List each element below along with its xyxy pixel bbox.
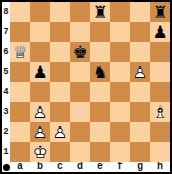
rank-label-2: 2 [2, 122, 10, 142]
square-g4[interactable] [130, 82, 150, 102]
square-e1[interactable] [90, 142, 110, 162]
file-label-e: e [90, 162, 110, 172]
square-h4[interactable] [150, 82, 170, 102]
square-c3[interactable] [50, 102, 70, 122]
square-g3[interactable] [130, 102, 150, 122]
square-h5[interactable] [150, 62, 170, 82]
piece-black-rook: ♜ [150, 2, 170, 22]
rank-label-6: 6 [2, 42, 10, 62]
square-c4[interactable] [50, 82, 70, 102]
chess-diagram: 8♜♜7♟6♛♕♚5♟♞♟♙43♟♙♝♗2♟♙♟♙1♚♔abcdefgh [0, 0, 172, 174]
rank-label-1: 1 [2, 142, 10, 162]
square-d1[interactable] [70, 142, 90, 162]
black-to-move-indicator [3, 164, 10, 171]
square-d3[interactable] [70, 102, 90, 122]
piece-white-pawn: ♟♙ [30, 122, 50, 142]
square-f2[interactable] [110, 122, 130, 142]
square-b3[interactable]: ♟♙ [30, 102, 50, 122]
square-d7[interactable] [70, 22, 90, 42]
square-a3[interactable] [10, 102, 30, 122]
square-h8[interactable]: ♜ [150, 2, 170, 22]
square-b4[interactable] [30, 82, 50, 102]
square-b6[interactable] [30, 42, 50, 62]
square-a6[interactable]: ♛♕ [10, 42, 30, 62]
square-f5[interactable] [110, 62, 130, 82]
square-h6[interactable] [150, 42, 170, 62]
square-g8[interactable] [130, 2, 150, 22]
file-label-d: d [70, 162, 90, 172]
move-indicator-cell [2, 162, 10, 172]
square-a1[interactable] [10, 142, 30, 162]
square-c7[interactable] [50, 22, 70, 42]
square-b1[interactable]: ♚♔ [30, 142, 50, 162]
file-label-h: h [150, 162, 170, 172]
rank-label-3: 3 [2, 102, 10, 122]
square-d4[interactable] [70, 82, 90, 102]
piece-white-bishop: ♝♗ [150, 102, 170, 122]
square-b8[interactable] [30, 2, 50, 22]
square-d5[interactable] [70, 62, 90, 82]
square-c6[interactable] [50, 42, 70, 62]
square-e3[interactable] [90, 102, 110, 122]
rank-label-7: 7 [2, 22, 10, 42]
square-g6[interactable] [130, 42, 150, 62]
square-g1[interactable] [130, 142, 150, 162]
square-e8[interactable]: ♜ [90, 2, 110, 22]
square-h2[interactable] [150, 122, 170, 142]
square-d2[interactable] [70, 122, 90, 142]
rank-label-8: 8 [2, 2, 10, 22]
square-g7[interactable] [130, 22, 150, 42]
file-label-b: b [30, 162, 50, 172]
square-e5[interactable]: ♞ [90, 62, 110, 82]
square-c5[interactable] [50, 62, 70, 82]
square-a5[interactable] [10, 62, 30, 82]
square-b5[interactable]: ♟ [30, 62, 50, 82]
piece-black-pawn: ♟ [150, 22, 170, 42]
square-d8[interactable] [70, 2, 90, 22]
square-b2[interactable]: ♟♙ [30, 122, 50, 142]
piece-black-knight: ♞ [90, 62, 110, 82]
square-g5[interactable]: ♟♙ [130, 62, 150, 82]
piece-black-king: ♚ [70, 42, 90, 62]
square-f8[interactable] [110, 2, 130, 22]
square-c1[interactable] [50, 142, 70, 162]
square-f4[interactable] [110, 82, 130, 102]
square-h1[interactable] [150, 142, 170, 162]
square-d6[interactable]: ♚ [70, 42, 90, 62]
square-a8[interactable] [10, 2, 30, 22]
piece-white-pawn: ♟♙ [30, 102, 50, 122]
file-label-g: g [130, 162, 150, 172]
square-g2[interactable] [130, 122, 150, 142]
square-c2[interactable]: ♟♙ [50, 122, 70, 142]
square-e6[interactable] [90, 42, 110, 62]
square-e2[interactable] [90, 122, 110, 142]
piece-black-rook: ♜ [90, 2, 110, 22]
piece-white-pawn: ♟♙ [130, 62, 150, 82]
piece-white-king: ♚♔ [30, 142, 50, 162]
piece-black-pawn: ♟ [30, 62, 50, 82]
rank-label-4: 4 [2, 82, 10, 102]
square-e4[interactable] [90, 82, 110, 102]
square-f1[interactable] [110, 142, 130, 162]
rank-label-5: 5 [2, 62, 10, 82]
square-h7[interactable]: ♟ [150, 22, 170, 42]
file-label-a: a [10, 162, 30, 172]
square-b7[interactable] [30, 22, 50, 42]
square-f7[interactable] [110, 22, 130, 42]
square-f6[interactable] [110, 42, 130, 62]
square-a7[interactable] [10, 22, 30, 42]
square-f3[interactable] [110, 102, 130, 122]
piece-white-pawn: ♟♙ [50, 122, 70, 142]
square-h3[interactable]: ♝♗ [150, 102, 170, 122]
chess-board: 8♜♜7♟6♛♕♚5♟♞♟♙43♟♙♝♗2♟♙♟♙1♚♔abcdefgh [2, 2, 170, 172]
square-e7[interactable] [90, 22, 110, 42]
file-label-f: f [110, 162, 130, 172]
file-label-c: c [50, 162, 70, 172]
square-a4[interactable] [10, 82, 30, 102]
square-a2[interactable] [10, 122, 30, 142]
square-c8[interactable] [50, 2, 70, 22]
piece-white-queen: ♛♕ [10, 42, 30, 62]
